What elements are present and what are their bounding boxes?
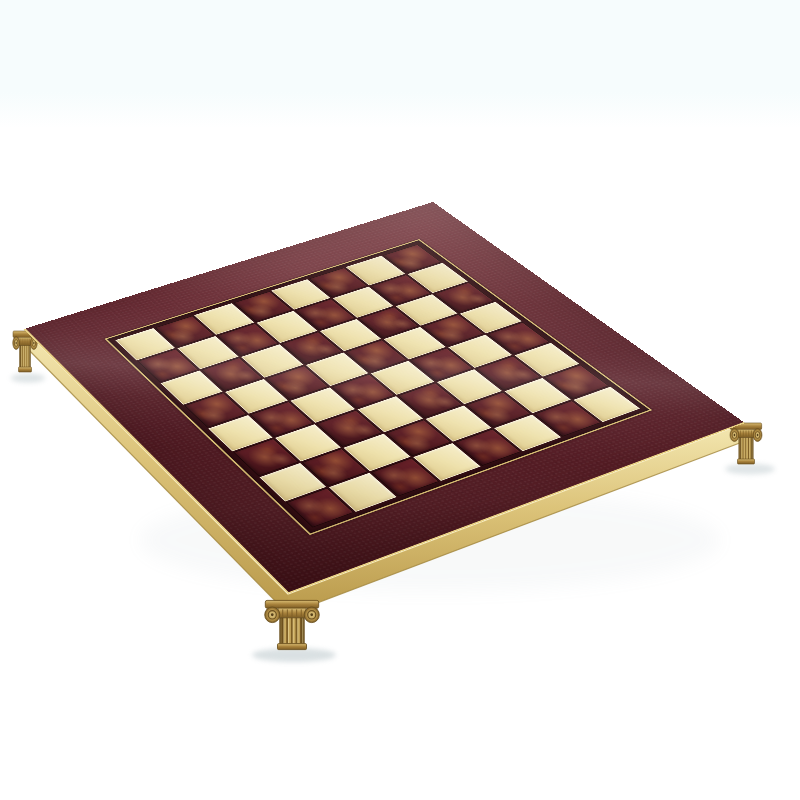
left-foot-shadow <box>11 374 45 383</box>
right-foot-shadow <box>725 464 775 475</box>
bottom-foot-shadow <box>252 648 336 662</box>
chess-board-product-scene <box>0 0 800 800</box>
ionic-foot-bottom <box>265 600 320 649</box>
